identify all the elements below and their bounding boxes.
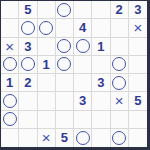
cell-r7c3[interactable]: 5 xyxy=(56,129,74,147)
circle-mark xyxy=(39,21,53,35)
cell-r7c2[interactable]: × xyxy=(38,129,56,147)
circle-mark xyxy=(57,57,71,71)
clue-number: 5 xyxy=(134,94,141,107)
cell-r4c4[interactable] xyxy=(74,74,92,92)
cell-r6c2[interactable] xyxy=(38,111,56,129)
clue-number: 3 xyxy=(97,76,104,89)
cell-r0c4[interactable] xyxy=(74,1,92,19)
circle-mark xyxy=(3,112,17,126)
cell-r7c5[interactable] xyxy=(92,129,110,147)
cell-r6c3[interactable] xyxy=(56,111,74,129)
clue-number: 5 xyxy=(61,131,68,144)
cell-r2c2[interactable] xyxy=(38,38,56,56)
cell-r6c0[interactable] xyxy=(1,111,19,129)
cross-mark: × xyxy=(42,130,51,145)
nanbaboru-board: 5234××3111233×5×5 xyxy=(0,0,150,150)
clue-number: 1 xyxy=(97,40,104,53)
cell-r1c3[interactable] xyxy=(56,19,74,37)
cell-r1c4[interactable]: 4 xyxy=(74,19,92,37)
cell-r5c4[interactable]: 3 xyxy=(74,92,92,110)
cell-r7c1[interactable] xyxy=(19,129,37,147)
clue-number: 1 xyxy=(43,58,50,71)
cell-r0c1[interactable]: 5 xyxy=(19,1,37,19)
cell-r4c6[interactable] xyxy=(111,74,129,92)
cell-r3c3[interactable] xyxy=(56,56,74,74)
cell-r0c7[interactable]: 3 xyxy=(129,1,147,19)
cell-r3c7[interactable] xyxy=(129,56,147,74)
cell-r1c0[interactable] xyxy=(1,19,19,37)
clue-number: 5 xyxy=(24,3,31,16)
clue-number: 2 xyxy=(24,76,31,89)
clue-number: 4 xyxy=(79,21,86,34)
cell-r4c1[interactable]: 2 xyxy=(19,74,37,92)
cell-r2c4[interactable] xyxy=(74,38,92,56)
cell-r3c6[interactable] xyxy=(111,56,129,74)
cross-mark: × xyxy=(5,39,14,54)
circle-mark xyxy=(112,131,126,145)
cell-r6c6[interactable] xyxy=(111,111,129,129)
circle-mark xyxy=(3,94,17,108)
circle-mark xyxy=(21,21,35,35)
cell-r0c3[interactable] xyxy=(56,1,74,19)
cross-mark: × xyxy=(133,20,142,35)
cell-r6c7[interactable] xyxy=(129,111,147,129)
circle-mark xyxy=(112,76,126,90)
cell-r0c6[interactable]: 2 xyxy=(111,1,129,19)
cell-r1c6[interactable] xyxy=(111,19,129,37)
circle-mark xyxy=(76,39,90,53)
cell-r0c0[interactable] xyxy=(1,1,19,19)
cell-r4c5[interactable]: 3 xyxy=(92,74,110,92)
cell-r3c5[interactable] xyxy=(92,56,110,74)
puzzle-area: 5234××3111233×5×5 xyxy=(0,0,150,150)
cell-r5c6[interactable]: × xyxy=(111,92,129,110)
circle-mark xyxy=(57,3,71,17)
cell-r5c5[interactable] xyxy=(92,92,110,110)
cell-r3c2[interactable]: 1 xyxy=(38,56,56,74)
cell-r3c0[interactable] xyxy=(1,56,19,74)
cell-r1c2[interactable] xyxy=(38,19,56,37)
circle-mark xyxy=(21,57,35,71)
cross-mark: × xyxy=(115,93,124,108)
cell-r3c1[interactable] xyxy=(19,56,37,74)
cell-r6c5[interactable] xyxy=(92,111,110,129)
cell-r6c4[interactable] xyxy=(74,111,92,129)
cell-r2c7[interactable] xyxy=(129,38,147,56)
cell-r2c3[interactable] xyxy=(56,38,74,56)
cell-r0c2[interactable] xyxy=(38,1,56,19)
cell-r5c2[interactable] xyxy=(38,92,56,110)
clue-number: 3 xyxy=(79,94,86,107)
cell-r7c6[interactable] xyxy=(111,129,129,147)
cell-r1c7[interactable]: × xyxy=(129,19,147,37)
cell-r4c3[interactable] xyxy=(56,74,74,92)
cell-r2c6[interactable] xyxy=(111,38,129,56)
circle-mark xyxy=(76,131,90,145)
cell-r7c7[interactable] xyxy=(129,129,147,147)
clue-number: 3 xyxy=(24,40,31,53)
cell-r7c4[interactable] xyxy=(74,129,92,147)
cell-r2c5[interactable]: 1 xyxy=(92,38,110,56)
cell-r5c0[interactable] xyxy=(1,92,19,110)
circle-mark xyxy=(57,39,71,53)
clue-number: 3 xyxy=(134,3,141,16)
cell-r6c1[interactable] xyxy=(19,111,37,129)
cell-r5c7[interactable]: 5 xyxy=(129,92,147,110)
cell-r1c5[interactable] xyxy=(92,19,110,37)
cell-r4c2[interactable] xyxy=(38,74,56,92)
circle-mark xyxy=(3,57,17,71)
clue-number: 2 xyxy=(116,3,123,16)
cell-r2c1[interactable]: 3 xyxy=(19,38,37,56)
cell-r5c1[interactable] xyxy=(19,92,37,110)
cell-r1c1[interactable] xyxy=(19,19,37,37)
clue-number: 1 xyxy=(6,76,13,89)
cell-r0c5[interactable] xyxy=(92,1,110,19)
cell-r4c0[interactable]: 1 xyxy=(1,74,19,92)
cell-r4c7[interactable] xyxy=(129,74,147,92)
cell-r5c3[interactable] xyxy=(56,92,74,110)
cell-r2c0[interactable]: × xyxy=(1,38,19,56)
circle-mark xyxy=(112,57,126,71)
cell-r7c0[interactable] xyxy=(1,129,19,147)
cell-r3c4[interactable] xyxy=(74,56,92,74)
